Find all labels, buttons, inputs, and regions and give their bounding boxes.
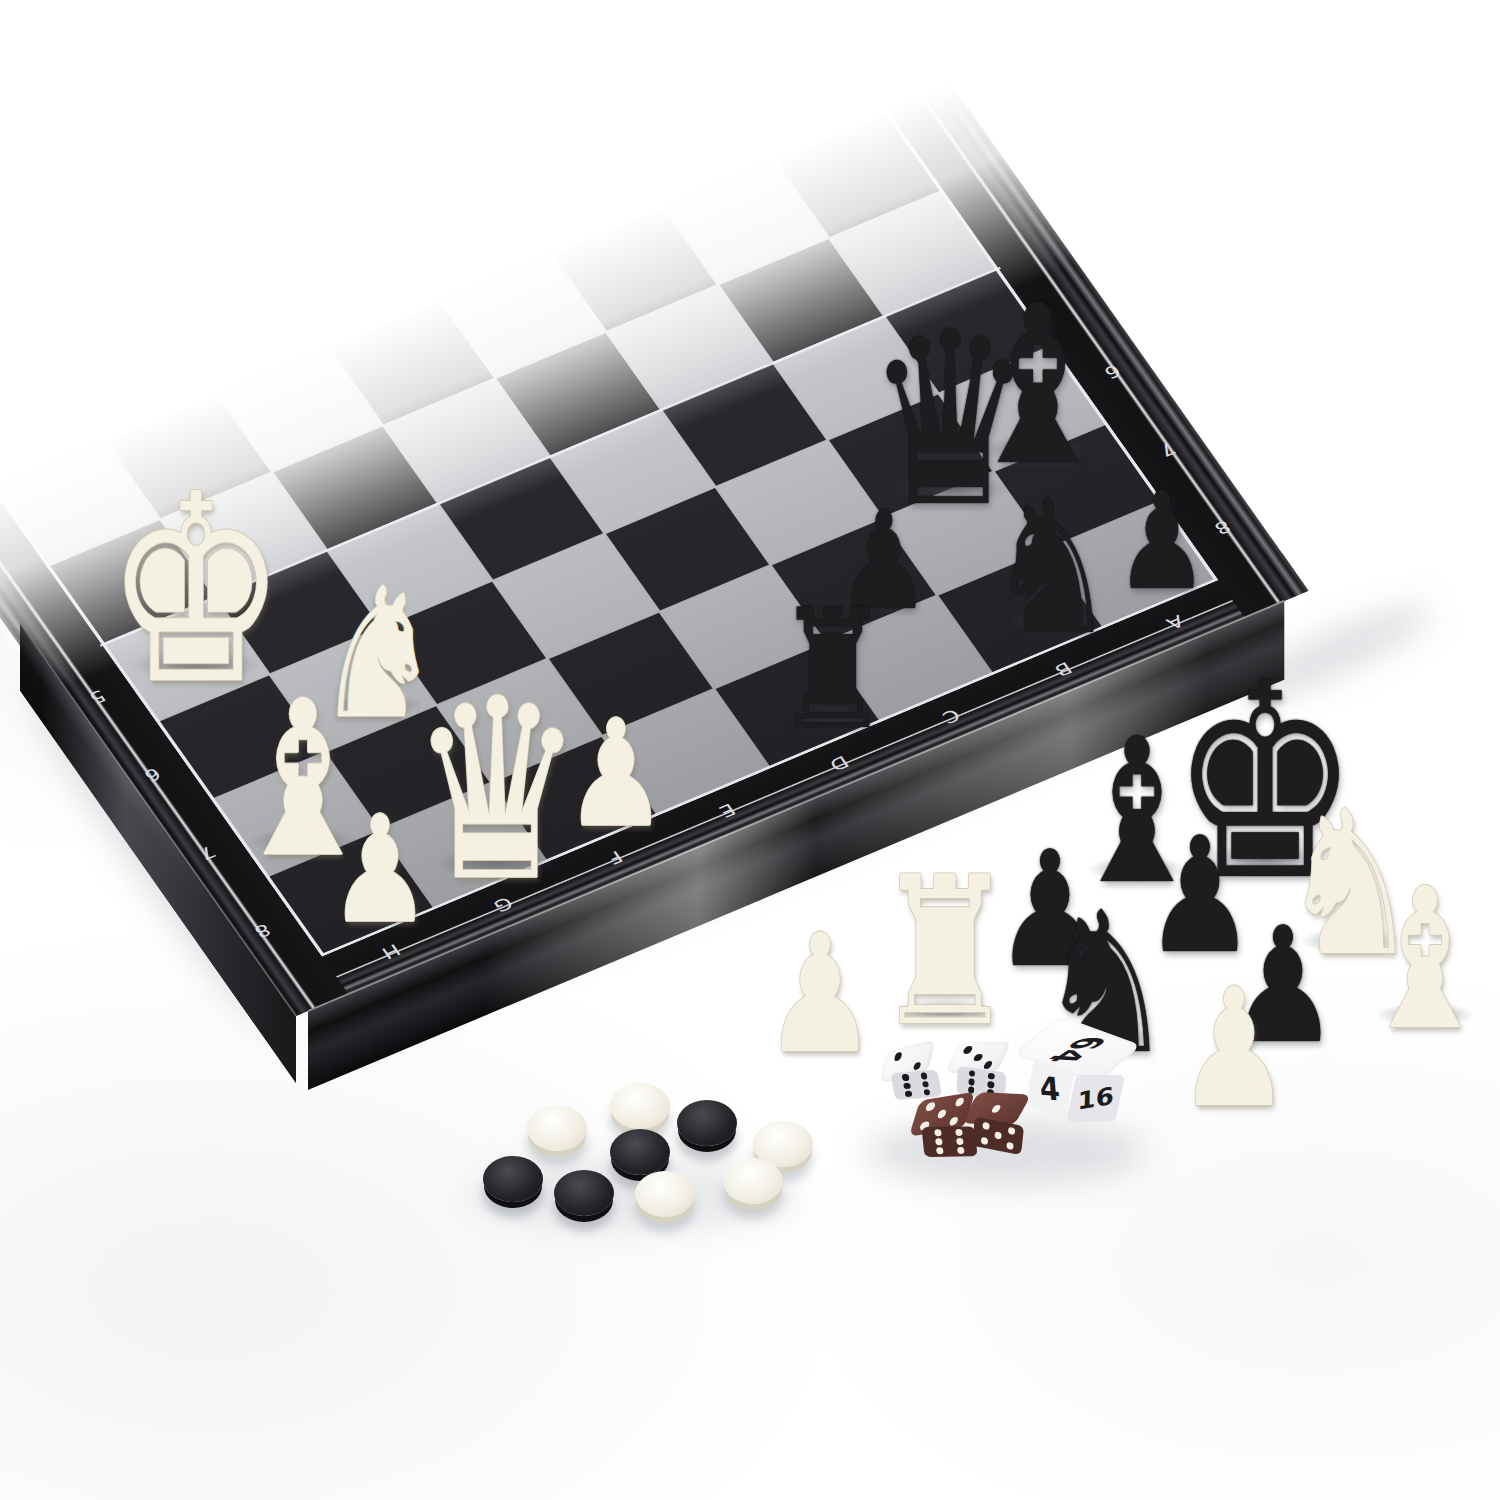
die-pip [1008,1127,1015,1135]
die-pip [981,1136,988,1144]
die-front-face [890,1069,942,1100]
die-white-1[interactable] [880,1043,941,1103]
rank-label-left-6: 6 [140,764,165,786]
die-pip [893,1052,902,1062]
die-pip [901,1074,909,1081]
checker-white[interactable] [527,1105,587,1151]
die-pip [934,1129,942,1136]
doubling-cube-value-right: 16 [1077,1082,1114,1116]
die-pip [983,1061,995,1069]
file-label-C: C [938,705,964,728]
die-pip [954,1098,965,1108]
die-front-face [972,1117,1024,1155]
die-pip [948,1116,959,1126]
rank-label-right-8: 8 [1210,517,1235,539]
die-pip [968,1078,975,1086]
doubling-cube-value-top: 64 [1037,1036,1118,1064]
die-pip [920,1073,928,1080]
die-maroon-3[interactable] [913,1095,977,1159]
die-pip [963,1046,975,1054]
scene: ABCDEFGH 876 8765 ♝♛♟♞♟♜♚♞♝♛♟♟♝♚♟♟♞♟♜♟♞♝… [0,0,1500,1500]
rank-label-left-8: 8 [250,920,275,942]
checker-black[interactable] [483,1156,543,1202]
die-pip [903,1082,911,1089]
rank-label-right-7: 7 [1155,439,1180,461]
piece-white-rook-off6[interactable]: ♜ [873,850,1016,1055]
die-pip [936,1147,944,1154]
die-pip [904,1090,912,1097]
die-pip [955,1129,963,1136]
die-pip [937,1109,948,1119]
checker-white[interactable] [723,1158,783,1204]
piece-white-pawn-off10[interactable]: ♟ [1177,967,1292,1131]
die-pip [969,1070,976,1078]
piece-white-pawn-off7[interactable]: ♟ [763,913,878,1077]
die-pip [988,1072,995,1080]
checker-black[interactable] [554,1170,614,1216]
die-pip [956,1138,964,1145]
piece-white-pawn-h8[interactable]: ♟ [328,796,431,944]
doubling-cube[interactable]: 64416 [1020,1015,1133,1127]
die-pip [923,1089,931,1096]
checker-black[interactable] [677,1100,737,1146]
checker-black[interactable] [610,1129,670,1175]
doubling-cube-right-face: 16 [1066,1075,1125,1122]
die-pip [990,1105,1002,1113]
die-pip [982,1122,989,1130]
die-pip [912,1061,921,1071]
die-pip [973,1053,985,1061]
die-pip [925,1102,936,1112]
piece-white-queen-g8[interactable]: ♛ [410,666,585,916]
piece-black-pawn-a8[interactable]: ♟ [1115,474,1209,609]
piece-black-knight-b8[interactable]: ♞ [987,476,1116,661]
die-pip [994,1131,1001,1139]
die-pip [988,1081,995,1089]
die-pip [957,1147,965,1154]
doubling-cube-value-left: 4 [1038,1069,1061,1108]
checker-white[interactable] [635,1171,695,1217]
piece-black-rook-d8[interactable]: ♜ [775,588,890,753]
piece-white-bishop-off9[interactable]: ♝ [1357,862,1493,1057]
die-pip [921,1081,929,1088]
file-label-E: E [715,799,739,821]
checker-white[interactable] [610,1083,670,1129]
die-front-face [922,1126,978,1157]
die-pip [935,1138,943,1145]
rank-label-left-7: 7 [195,842,220,864]
die-pip [1006,1141,1013,1149]
